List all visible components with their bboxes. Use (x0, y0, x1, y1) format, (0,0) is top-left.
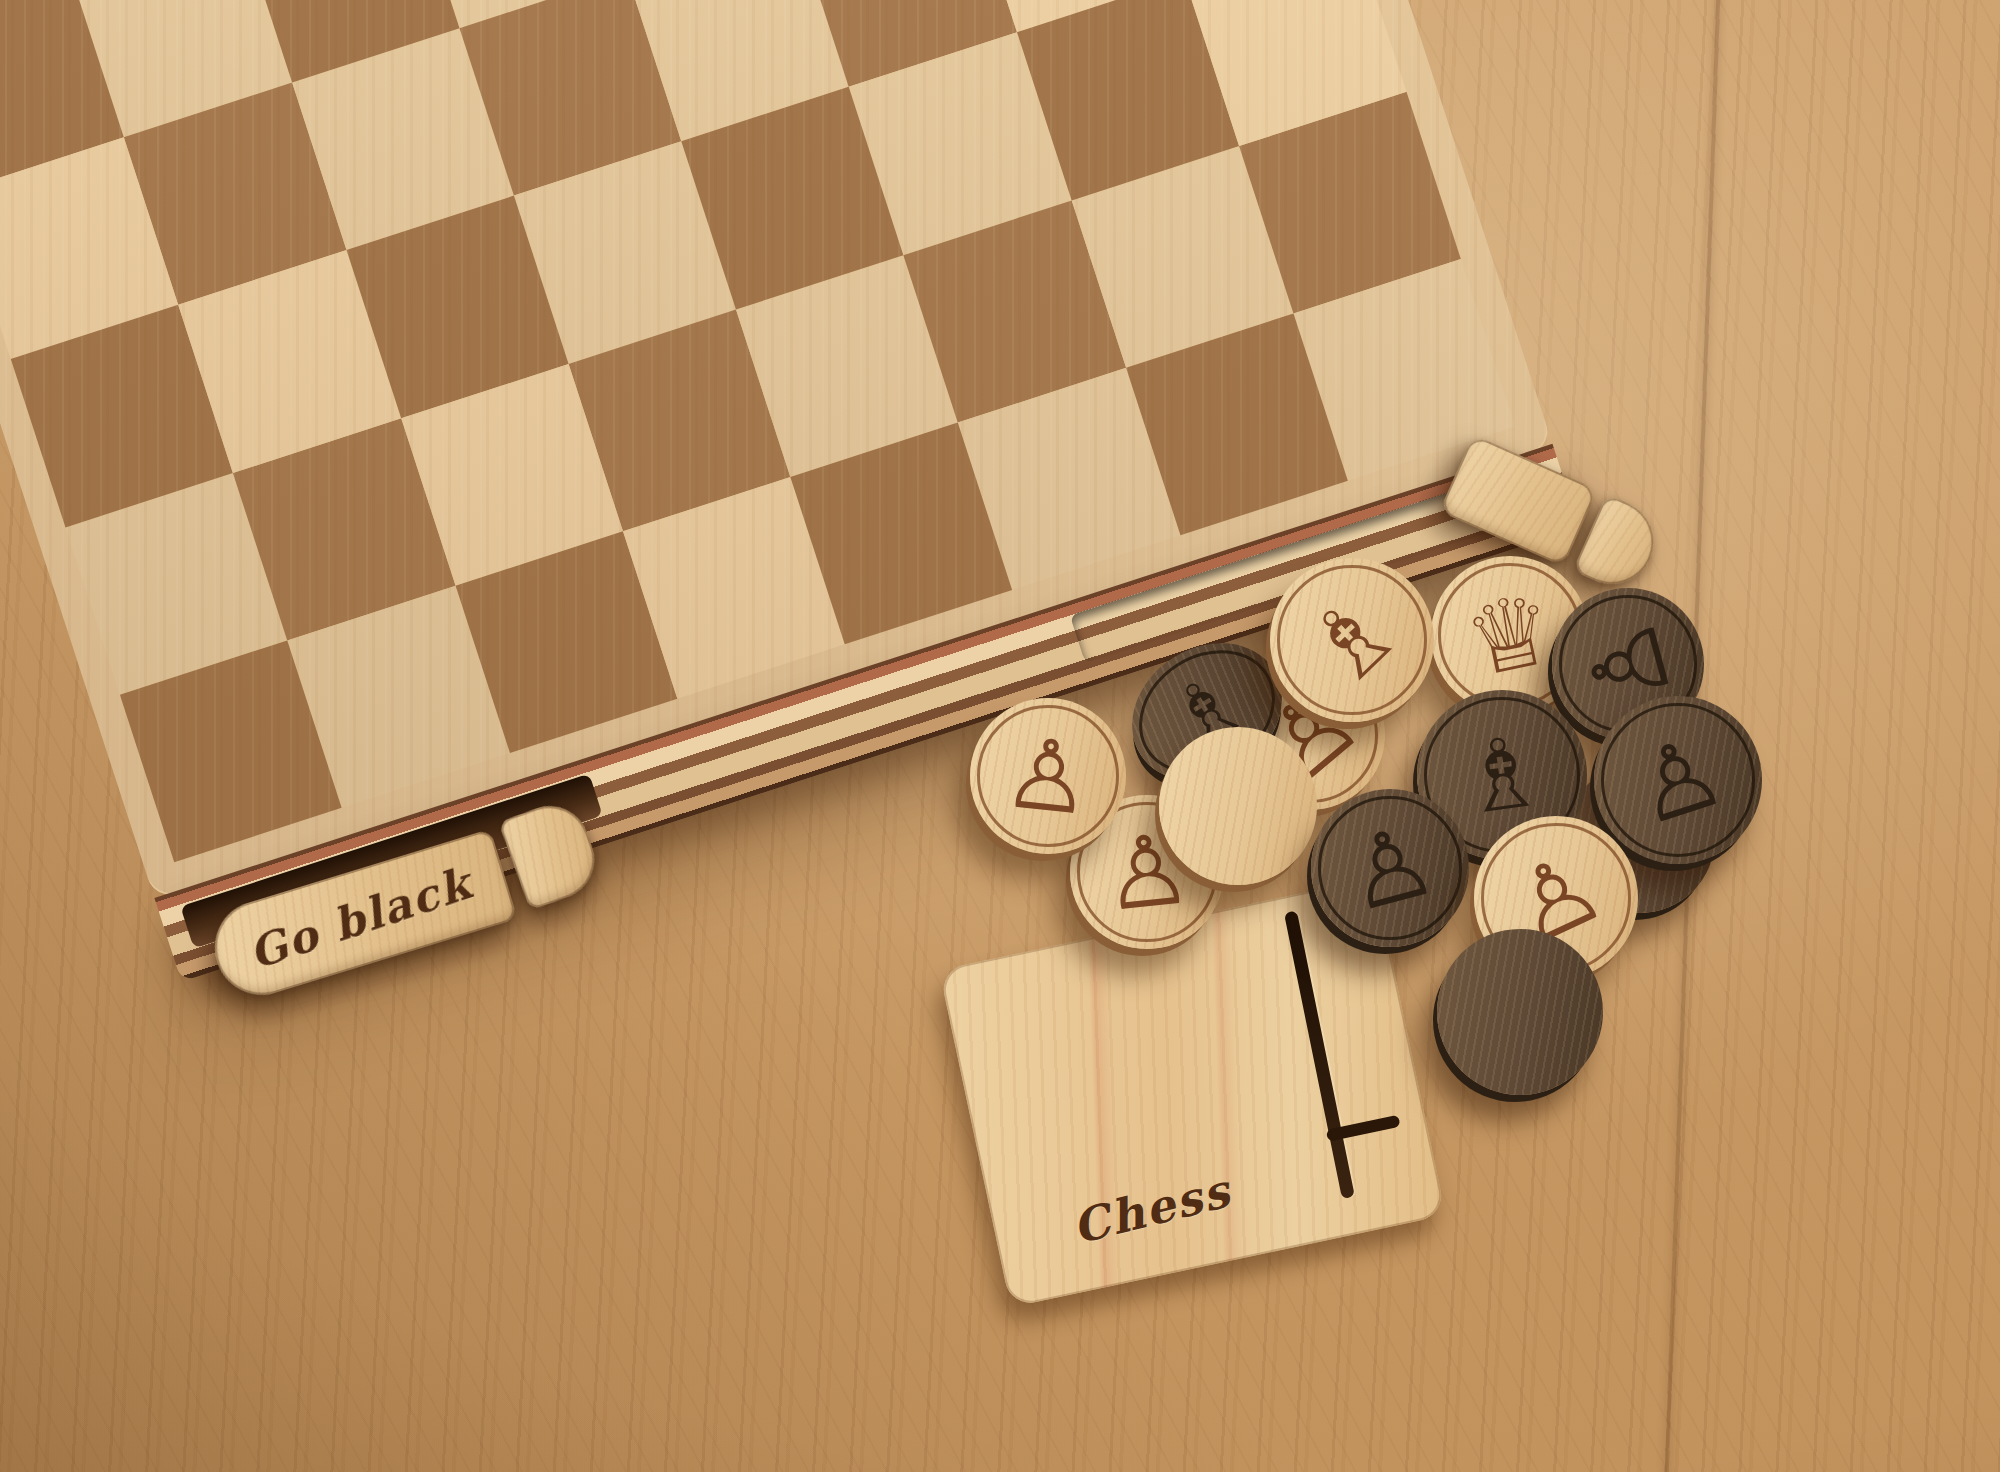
piece-disc-light-pawn[interactable]: ♙ (970, 698, 1126, 854)
piece-disc-light-back[interactable] (1159, 727, 1317, 885)
chess-label: Chess (1067, 1163, 1236, 1254)
photo-wooden-chess-set: { "game": "chess", "scene": "Flat wooden… (0, 0, 2000, 1472)
piece-disc-light-bishop[interactable]: ♗ (1270, 558, 1434, 722)
pawn-engraving-icon: ♙ (962, 690, 1133, 861)
piece-disc-dark-back[interactable] (1437, 929, 1603, 1095)
piece-disc-dark-pawn[interactable]: ♙ (1311, 789, 1469, 947)
